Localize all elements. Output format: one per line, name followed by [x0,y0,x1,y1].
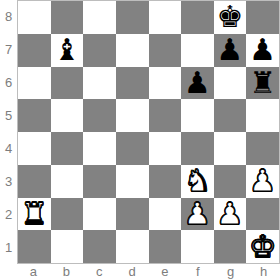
square-e8[interactable] [149,1,182,34]
white-pawn[interactable]: ♟ [249,166,276,196]
square-d8[interactable] [116,1,149,34]
rank-label-1: 1 [0,231,17,264]
square-b5[interactable] [51,99,84,132]
square-f5[interactable] [181,99,214,132]
square-a3[interactable] [18,165,51,198]
square-d4[interactable] [116,132,149,165]
square-g7[interactable]: ♟ [214,34,247,67]
white-rook[interactable]: ♜ [21,199,48,229]
white-knight[interactable]: ♞ [184,166,211,196]
square-f7[interactable] [181,34,214,67]
black-rook[interactable]: ♜ [249,68,276,98]
square-b7[interactable]: ♝ [51,34,84,67]
square-f1[interactable] [181,230,214,263]
square-b3[interactable] [51,165,84,198]
square-c7[interactable] [83,34,116,67]
square-e3[interactable] [149,165,182,198]
square-h5[interactable] [246,99,279,132]
file-label-b: b [50,264,83,280]
square-g8[interactable]: ♚ [214,1,247,34]
square-h6[interactable]: ♜ [246,67,279,100]
square-f4[interactable] [181,132,214,165]
file-labels: abcdefgh [17,264,280,280]
file-label-d: d [116,264,149,280]
square-a8[interactable] [18,1,51,34]
square-h4[interactable] [246,132,279,165]
square-g6[interactable] [214,67,247,100]
rank-label-8: 8 [0,0,17,33]
square-b6[interactable] [51,67,84,100]
square-c8[interactable] [83,1,116,34]
square-f8[interactable] [181,1,214,34]
square-c4[interactable] [83,132,116,165]
square-d5[interactable] [116,99,149,132]
square-b1[interactable] [51,230,84,263]
chess-diagram: 87654321 ♚♝♟♟♟♜♞♟♜♟♟♚ abcdefgh [0,0,280,280]
square-d7[interactable] [116,34,149,67]
square-e5[interactable] [149,99,182,132]
square-a6[interactable] [18,67,51,100]
black-pawn[interactable]: ♟ [217,35,244,65]
square-a7[interactable] [18,34,51,67]
square-c2[interactable] [83,198,116,231]
square-b4[interactable] [51,132,84,165]
chess-board: ♚♝♟♟♟♜♞♟♜♟♟♚ [17,0,280,264]
square-b8[interactable] [51,1,84,34]
black-king[interactable]: ♚ [217,2,244,32]
rank-label-3: 3 [0,165,17,198]
square-a2[interactable]: ♜ [18,198,51,231]
black-bishop[interactable]: ♝ [53,35,80,65]
square-c1[interactable] [83,230,116,263]
square-h3[interactable]: ♟ [246,165,279,198]
file-label-g: g [214,264,247,280]
square-g1[interactable] [214,230,247,263]
square-g3[interactable] [214,165,247,198]
square-a5[interactable] [18,99,51,132]
square-c3[interactable] [83,165,116,198]
square-g4[interactable] [214,132,247,165]
rank-labels: 87654321 [0,0,17,264]
square-d3[interactable] [116,165,149,198]
black-pawn[interactable]: ♟ [249,35,276,65]
rank-label-6: 6 [0,66,17,99]
black-pawn[interactable]: ♟ [184,68,211,98]
square-g5[interactable] [214,99,247,132]
rank-label-5: 5 [0,99,17,132]
file-label-a: a [17,264,50,280]
square-d6[interactable] [116,67,149,100]
file-label-c: c [83,264,116,280]
square-e6[interactable] [149,67,182,100]
square-c6[interactable] [83,67,116,100]
square-h2[interactable] [246,198,279,231]
square-h7[interactable]: ♟ [246,34,279,67]
white-pawn[interactable]: ♟ [217,199,244,229]
square-f6[interactable]: ♟ [181,67,214,100]
square-e4[interactable] [149,132,182,165]
file-label-h: h [247,264,280,280]
square-d2[interactable] [116,198,149,231]
square-f2[interactable]: ♟ [181,198,214,231]
square-e1[interactable] [149,230,182,263]
white-pawn[interactable]: ♟ [184,199,211,229]
square-b2[interactable] [51,198,84,231]
square-g2[interactable]: ♟ [214,198,247,231]
file-label-e: e [149,264,182,280]
rank-label-7: 7 [0,33,17,66]
square-a1[interactable] [18,230,51,263]
square-d1[interactable] [116,230,149,263]
square-f3[interactable]: ♞ [181,165,214,198]
square-h1[interactable]: ♚ [246,230,279,263]
square-a4[interactable] [18,132,51,165]
white-king[interactable]: ♚ [249,232,276,262]
square-h8[interactable] [246,1,279,34]
square-e7[interactable] [149,34,182,67]
rank-label-4: 4 [0,132,17,165]
file-label-f: f [181,264,214,280]
square-e2[interactable] [149,198,182,231]
rank-label-2: 2 [0,198,17,231]
square-c5[interactable] [83,99,116,132]
